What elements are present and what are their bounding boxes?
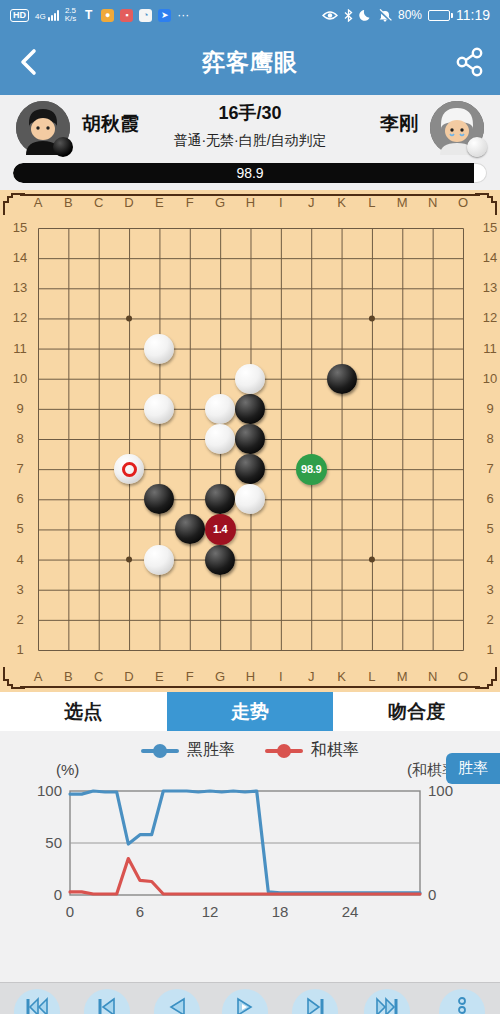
skip-to-end-button[interactable] [364, 989, 410, 1014]
notification-icon-globe: ◔ [139, 9, 152, 22]
star-point [369, 557, 375, 563]
app-screen: HD 4G 2.5K/s T ● ▪ ◔ ➤ ··· 80% 11:19 [0, 0, 500, 1014]
legend-label: 和棋率 [311, 740, 359, 761]
x-tick: 6 [128, 903, 152, 920]
white-player-avatar[interactable] [430, 101, 484, 155]
status-bar: HD 4G 2.5K/s T ● ▪ ◔ ➤ ··· 80% 11:19 [0, 0, 500, 30]
legend-label: 黑胜率 [187, 740, 235, 761]
coord-label-col: I [271, 196, 291, 210]
coord-label-row: 2 [8, 613, 32, 627]
coord-label-row: 3 [478, 583, 500, 597]
coord-label-row: 13 [8, 281, 32, 295]
coord-label-row: 2 [478, 613, 500, 627]
notification-icon-red: ▪ [120, 9, 133, 22]
coord-label-row: 15 [478, 221, 500, 235]
stone-white-E4 [144, 545, 174, 575]
stone-black-G4 [205, 545, 235, 575]
coord-label-col: L [362, 670, 382, 684]
y-tick-left: 100 [16, 782, 62, 799]
coord-label-row: 10 [8, 372, 32, 386]
coord-label-row: 11 [8, 342, 32, 356]
coord-label-row: 5 [8, 522, 32, 536]
coord-label-row: 5 [478, 522, 500, 536]
coord-label-row: 6 [8, 492, 32, 506]
coord-label-col: M [392, 196, 412, 210]
rewind-fast-button[interactable] [84, 989, 130, 1014]
coord-label-row: 9 [478, 402, 500, 416]
hd-badge: HD [10, 9, 29, 22]
battery-icon [428, 10, 450, 21]
coord-label-col: C [89, 196, 109, 210]
moon-icon [359, 9, 372, 22]
stone-white-G8 [205, 424, 235, 454]
stone-white-D7 [114, 454, 144, 484]
black-stone-badge [53, 137, 73, 157]
playback-toolbar [0, 982, 500, 1014]
analysis-tabs: 选点 走势 吻合度 [0, 692, 500, 731]
coord-label-col: H [240, 196, 260, 210]
mute-bell-icon [378, 9, 392, 22]
coord-label-row: 1 [478, 643, 500, 657]
player-bar: 胡秋霞 16手/30 普通·无禁·白胜/自动判定 李刚 98.9 [0, 95, 500, 190]
y-tick-right: 0 [428, 886, 468, 903]
board-corner-ornament [474, 192, 498, 216]
coord-label-row: 8 [8, 432, 32, 446]
page-title: 弈客鹰眼 [202, 47, 298, 78]
coord-label-row: 12 [478, 311, 500, 325]
rule-result-info: 普通·无禁·白胜/自动判定 [120, 132, 380, 150]
battery-percent: 80% [398, 8, 422, 22]
stone-black-F5 [175, 514, 205, 544]
skip-to-start-button[interactable] [14, 989, 60, 1014]
x-tick: 12 [198, 903, 222, 920]
header: 弈客鹰眼 [0, 30, 500, 95]
coord-label-col: D [119, 196, 139, 210]
notification-icon-t: T [82, 9, 95, 22]
star-point [126, 557, 132, 563]
coord-label-row: 15 [8, 221, 32, 235]
coord-label-row: 4 [8, 553, 32, 567]
legend-line-icon [265, 749, 303, 753]
share-button[interactable] [454, 46, 486, 78]
y-axis-unit-left: (%) [56, 761, 79, 778]
star-point [126, 315, 132, 321]
network-type-label: 4G [35, 13, 46, 21]
coord-label-row: 12 [8, 311, 32, 325]
coord-label-col: O [453, 196, 473, 210]
tab-match-rate[interactable]: 吻合度 [333, 692, 500, 731]
legend-line-icon [141, 749, 179, 753]
last-move-marker [122, 462, 137, 477]
coord-label-row: 13 [478, 281, 500, 295]
coord-label-col: B [58, 196, 78, 210]
move-badge-played-move[interactable]: 1.4 [205, 514, 236, 545]
coord-label-col: J [301, 670, 321, 684]
coord-label-col: L [362, 196, 382, 210]
coord-label-col: D [119, 670, 139, 684]
series-line-1 [70, 859, 420, 894]
clock: 11:19 [456, 7, 490, 23]
tab-trend[interactable]: 走势 [167, 692, 334, 731]
notification-more: ··· [177, 8, 189, 22]
coord-label-row: 7 [8, 462, 32, 476]
stone-white-H10 [235, 364, 265, 394]
coord-label-col: F [180, 670, 200, 684]
board-frame-bottom [20, 686, 480, 688]
y-tick-left: 0 [16, 886, 62, 903]
coord-label-col: E [149, 670, 169, 684]
coord-label-col: E [149, 196, 169, 210]
star-point [369, 315, 375, 321]
y-tick-left: 50 [16, 834, 62, 851]
coord-label-col: G [210, 196, 230, 210]
coord-label-col: K [332, 670, 352, 684]
win-rate-bar: 98.9 [13, 163, 487, 183]
notification-icon-orange: ● [101, 9, 114, 22]
x-tick: 18 [268, 903, 292, 920]
win-rate-value: 98.9 [13, 163, 487, 183]
trend-chart-section: 黑胜率 和棋率 (%) (和棋率) 胜率 100500100006121824 [0, 731, 500, 982]
y-tick-right: 100 [428, 782, 468, 799]
step-back-button[interactable] [154, 989, 200, 1014]
gomoku-board[interactable]: AABBCCDDEEFFGGHHIIJJKKLLMMNNOO1515141413… [0, 190, 500, 692]
coord-label-col: J [301, 196, 321, 210]
coord-label-col: A [28, 670, 48, 684]
chart-legend: 黑胜率 和棋率 [0, 740, 500, 761]
more-options-button[interactable] [439, 989, 485, 1014]
coord-label-col: N [423, 196, 443, 210]
forward-fast-button[interactable] [292, 989, 338, 1014]
step-forward-button[interactable] [222, 989, 268, 1014]
stone-white-E11 [144, 334, 174, 364]
white-stone-badge [467, 137, 487, 157]
x-tick: 0 [58, 903, 82, 920]
bluetooth-icon [344, 9, 353, 22]
coord-label-row: 11 [478, 342, 500, 356]
signal-icon: 4G [35, 10, 59, 21]
coord-label-col: B [58, 670, 78, 684]
board-corner-ornament [2, 192, 26, 216]
coord-label-col: N [423, 670, 443, 684]
coord-label-row: 10 [478, 372, 500, 386]
coord-label-row: 6 [478, 492, 500, 506]
board-corner-ornament [474, 666, 498, 690]
coord-label-row: 4 [478, 553, 500, 567]
coord-label-col: K [332, 196, 352, 210]
coord-label-row: 7 [478, 462, 500, 476]
eye-icon [322, 10, 338, 21]
coord-label-row: 14 [478, 251, 500, 265]
board-corner-ornament [2, 666, 26, 690]
stone-white-G9 [205, 394, 235, 424]
move-counter: 16手/30 [120, 101, 380, 125]
back-button[interactable] [14, 46, 46, 78]
legend-black-winrate: 黑胜率 [141, 740, 235, 761]
coord-label-row: 14 [8, 251, 32, 265]
coord-label-row: 3 [8, 583, 32, 597]
coord-label-col: O [453, 670, 473, 684]
coord-label-col: H [240, 670, 260, 684]
tab-select-point[interactable]: 选点 [0, 692, 167, 731]
notification-icon-arrow: ➤ [158, 9, 171, 22]
winrate-toggle-button[interactable]: 胜率 [446, 753, 500, 784]
trend-plot[interactable]: 100500100006121824 [0, 783, 500, 923]
coord-label-row: 1 [8, 643, 32, 657]
network-speed: 2.5K/s [65, 7, 77, 23]
coord-label-col: A [28, 196, 48, 210]
stone-black-K10 [327, 364, 357, 394]
coord-label-col: F [180, 196, 200, 210]
coord-label-col: I [271, 670, 291, 684]
white-player-name: 李刚 [380, 111, 418, 137]
coord-label-col: G [210, 670, 230, 684]
coord-label-row: 8 [478, 432, 500, 446]
coord-label-col: C [89, 670, 109, 684]
move-badge-ai-best-move[interactable]: 98.9 [296, 454, 327, 485]
legend-draw-rate: 和棋率 [265, 740, 359, 761]
coord-label-row: 9 [8, 402, 32, 416]
x-tick: 24 [338, 903, 362, 920]
black-player-avatar[interactable] [16, 101, 70, 155]
coord-label-col: M [392, 670, 412, 684]
